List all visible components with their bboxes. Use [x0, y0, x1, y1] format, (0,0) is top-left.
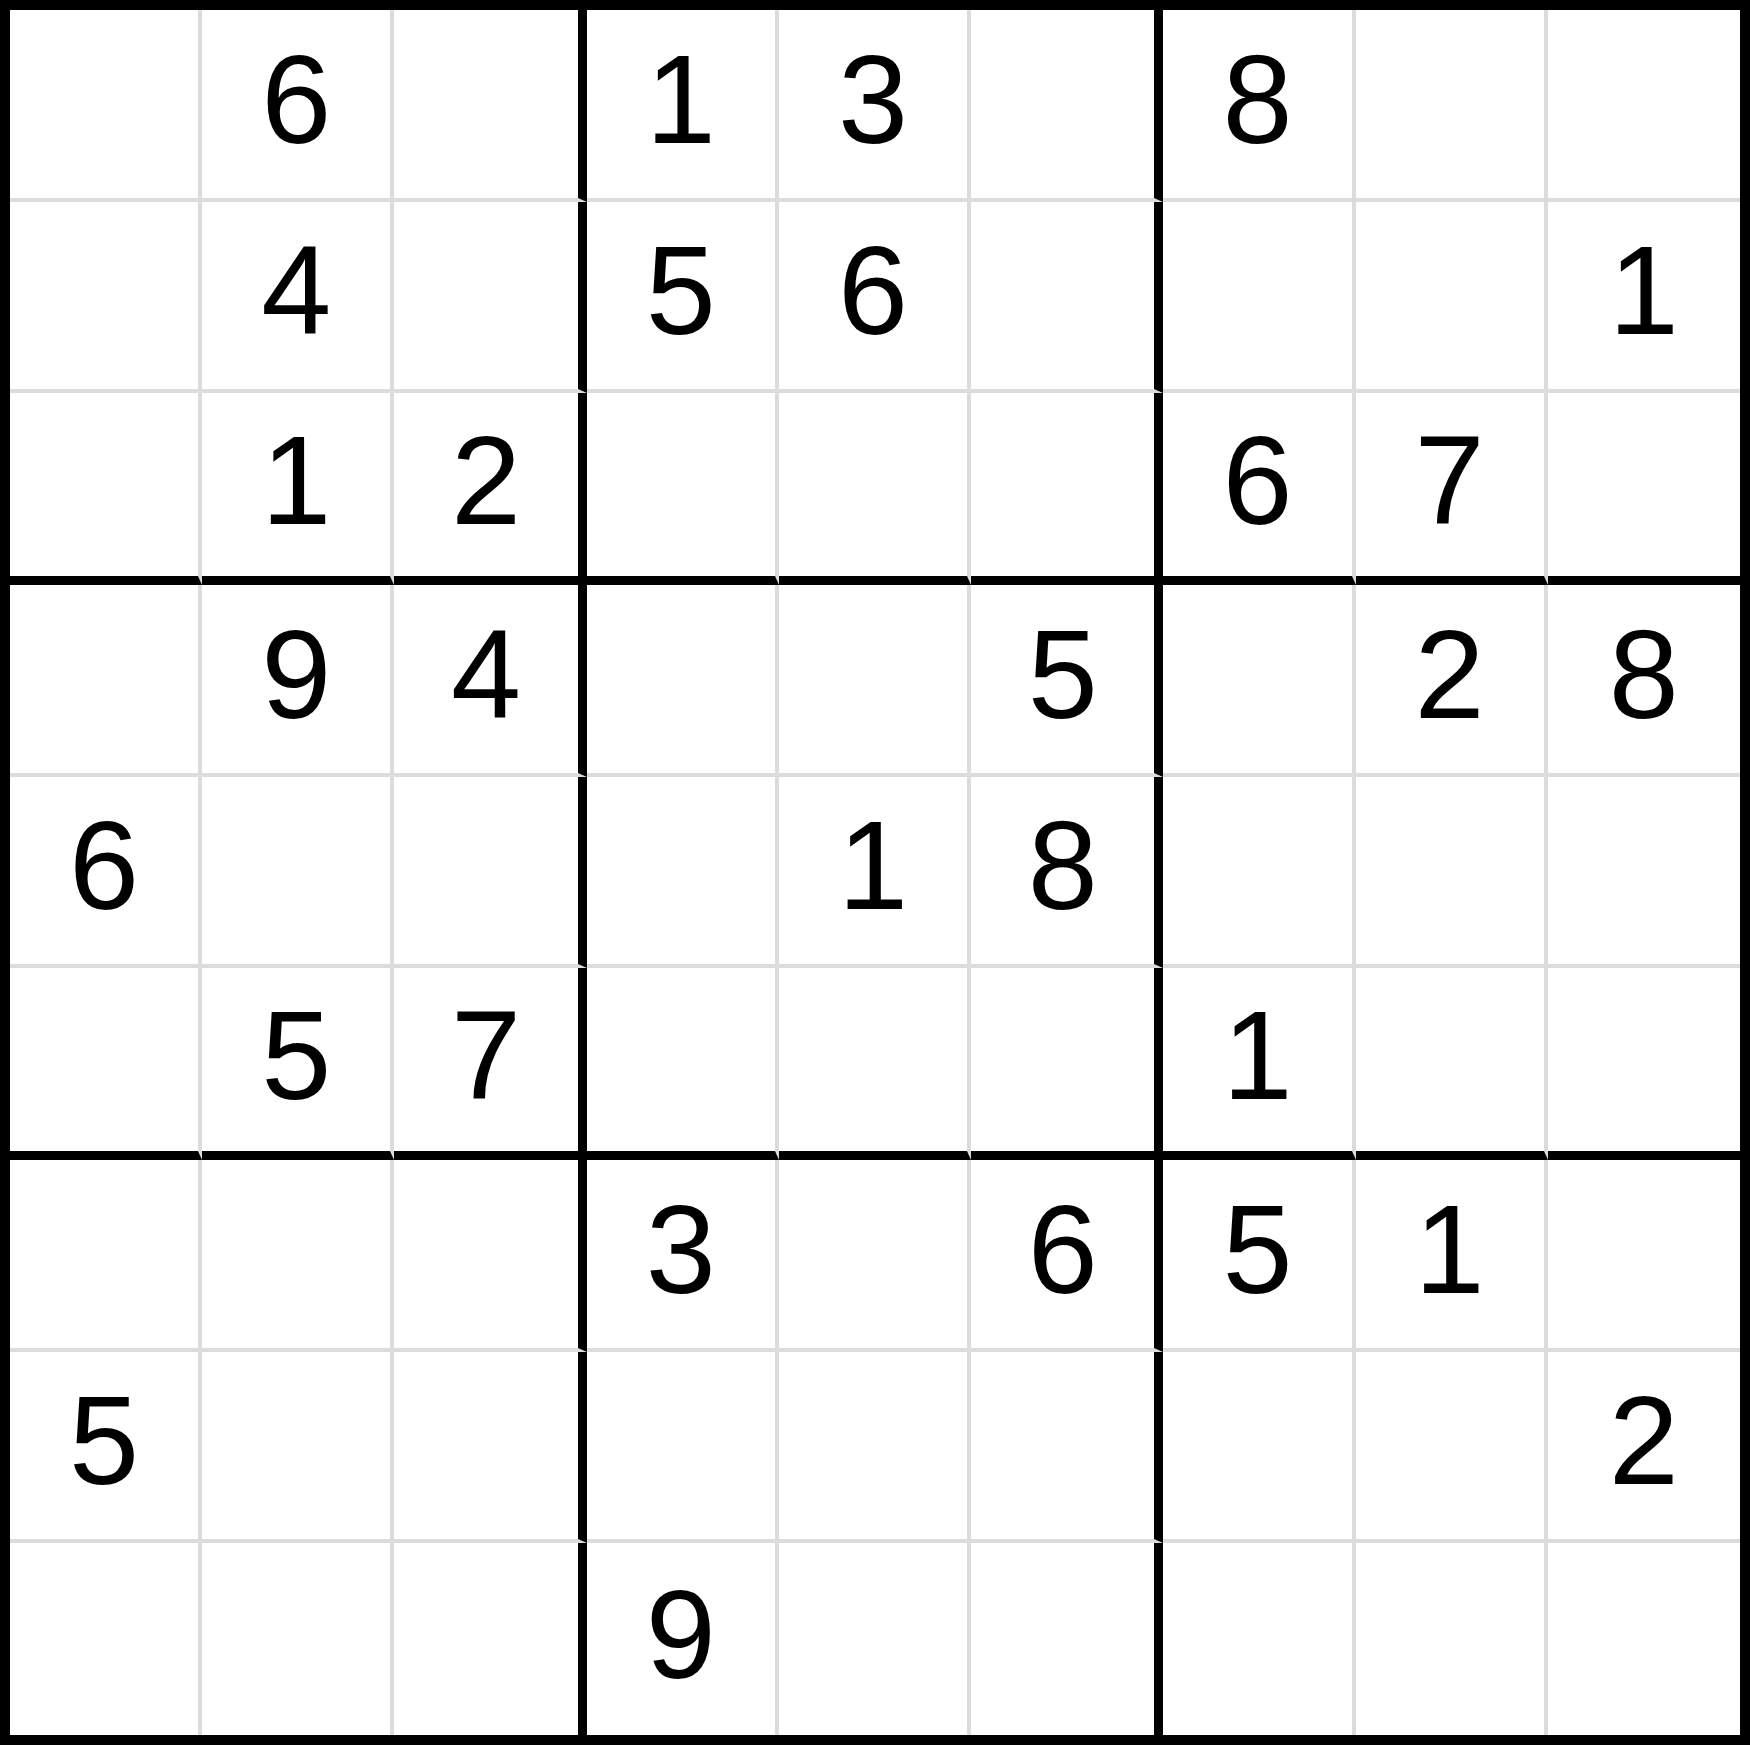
cell-r2c3[interactable] [394, 202, 586, 394]
given-digit: 4 [451, 612, 521, 738]
cell-r5c1[interactable]: 6 [10, 777, 202, 969]
cell-r8c2[interactable] [202, 1352, 394, 1544]
cell-r4c6[interactable]: 5 [971, 585, 1163, 777]
cell-r1c2[interactable]: 6 [202, 10, 394, 202]
cell-r2c4[interactable]: 5 [587, 202, 779, 394]
cell-r9c1[interactable] [10, 1543, 202, 1735]
given-digit: 5 [69, 1378, 139, 1504]
cell-r9c2[interactable] [202, 1543, 394, 1735]
given-digit: 1 [1609, 228, 1679, 354]
cell-r7c7[interactable]: 5 [1163, 1160, 1355, 1352]
cell-r7c9[interactable] [1548, 1160, 1740, 1352]
cell-r8c9[interactable]: 2 [1548, 1352, 1740, 1544]
cell-r9c8[interactable] [1356, 1543, 1548, 1735]
cell-r5c4[interactable] [587, 777, 779, 969]
sudoku-board: 613845611267945286185713651529 [0, 0, 1750, 1745]
cell-r9c9[interactable] [1548, 1543, 1740, 1735]
cell-r6c6[interactable] [971, 968, 1163, 1160]
cell-r8c3[interactable] [394, 1352, 586, 1544]
given-digit: 1 [261, 418, 331, 544]
cell-r3c2[interactable]: 1 [202, 393, 394, 585]
cell-r5c9[interactable] [1548, 777, 1740, 969]
cell-r6c2[interactable]: 5 [202, 968, 394, 1160]
cell-r6c8[interactable] [1356, 968, 1548, 1160]
cell-r3c9[interactable] [1548, 393, 1740, 585]
cell-r9c3[interactable] [394, 1543, 586, 1735]
given-digit: 8 [1222, 37, 1292, 163]
cell-r2c9[interactable]: 1 [1548, 202, 1740, 394]
cell-r6c1[interactable] [10, 968, 202, 1160]
cell-r1c3[interactable] [394, 10, 586, 202]
cell-r1c4[interactable]: 1 [587, 10, 779, 202]
cell-r5c7[interactable] [1163, 777, 1355, 969]
cell-r1c5[interactable]: 3 [779, 10, 971, 202]
given-digit: 2 [451, 418, 521, 544]
given-digit: 7 [1415, 418, 1485, 544]
given-digit: 2 [1609, 1378, 1679, 1504]
given-digit: 7 [451, 993, 521, 1119]
cell-r2c6[interactable] [971, 202, 1163, 394]
cell-r7c3[interactable] [394, 1160, 586, 1352]
cell-r8c4[interactable] [587, 1352, 779, 1544]
cell-r9c7[interactable] [1163, 1543, 1355, 1735]
cell-r7c2[interactable] [202, 1160, 394, 1352]
given-digit: 2 [1415, 612, 1485, 738]
cell-r4c8[interactable]: 2 [1356, 585, 1548, 777]
cell-r3c1[interactable] [10, 393, 202, 585]
given-digit: 9 [261, 612, 331, 738]
cell-r3c3[interactable]: 2 [394, 393, 586, 585]
cell-r1c6[interactable] [971, 10, 1163, 202]
given-digit: 6 [838, 228, 908, 354]
given-digit: 1 [1222, 993, 1292, 1119]
cell-r2c8[interactable] [1356, 202, 1548, 394]
cell-r6c4[interactable] [587, 968, 779, 1160]
cell-r5c8[interactable] [1356, 777, 1548, 969]
given-digit: 6 [69, 803, 139, 929]
cell-r7c8[interactable]: 1 [1356, 1160, 1548, 1352]
cell-r6c5[interactable] [779, 968, 971, 1160]
cell-r5c2[interactable] [202, 777, 394, 969]
given-digit: 5 [1028, 612, 1098, 738]
cell-r3c8[interactable]: 7 [1356, 393, 1548, 585]
cell-r8c1[interactable]: 5 [10, 1352, 202, 1544]
cell-r3c4[interactable] [587, 393, 779, 585]
given-digit: 8 [1028, 803, 1098, 929]
given-digit: 1 [838, 803, 908, 929]
given-digit: 3 [646, 1187, 716, 1313]
cell-r4c2[interactable]: 9 [202, 585, 394, 777]
cell-r4c7[interactable] [1163, 585, 1355, 777]
cell-r9c6[interactable] [971, 1543, 1163, 1735]
cell-r5c6[interactable]: 8 [971, 777, 1163, 969]
cell-r1c9[interactable] [1548, 10, 1740, 202]
cell-r7c5[interactable] [779, 1160, 971, 1352]
given-digit: 6 [1222, 418, 1292, 544]
cell-r6c7[interactable]: 1 [1163, 968, 1355, 1160]
cell-r8c6[interactable] [971, 1352, 1163, 1544]
given-digit: 4 [261, 228, 331, 354]
given-digit: 5 [261, 993, 331, 1119]
cell-r2c1[interactable] [10, 202, 202, 394]
cell-r9c5[interactable] [779, 1543, 971, 1735]
cell-r8c5[interactable] [779, 1352, 971, 1544]
cell-r7c1[interactable] [10, 1160, 202, 1352]
given-digit: 5 [1222, 1187, 1292, 1313]
cell-r7c6[interactable]: 6 [971, 1160, 1163, 1352]
cell-r1c1[interactable] [10, 10, 202, 202]
given-digit: 5 [646, 228, 716, 354]
cell-r4c5[interactable] [779, 585, 971, 777]
cell-r4c9[interactable]: 8 [1548, 585, 1740, 777]
cell-r2c5[interactable]: 6 [779, 202, 971, 394]
given-digit: 9 [646, 1572, 716, 1698]
cell-r5c5[interactable]: 1 [779, 777, 971, 969]
given-digit: 6 [1028, 1187, 1098, 1313]
given-digit: 1 [646, 37, 716, 163]
cell-r5c3[interactable] [394, 777, 586, 969]
cell-r4c1[interactable] [10, 585, 202, 777]
cell-r3c5[interactable] [779, 393, 971, 585]
given-digit: 8 [1609, 612, 1679, 738]
given-digit: 6 [261, 37, 331, 163]
cell-r6c9[interactable] [1548, 968, 1740, 1160]
cell-r8c8[interactable] [1356, 1352, 1548, 1544]
cell-r2c2[interactable]: 4 [202, 202, 394, 394]
cell-r2c7[interactable] [1163, 202, 1355, 394]
cell-r8c7[interactable] [1163, 1352, 1355, 1544]
cell-r1c7[interactable]: 8 [1163, 10, 1355, 202]
cell-r3c6[interactable] [971, 393, 1163, 585]
cell-r3c7[interactable]: 6 [1163, 393, 1355, 585]
cell-r4c4[interactable] [587, 585, 779, 777]
cell-r1c8[interactable] [1356, 10, 1548, 202]
cell-r9c4[interactable]: 9 [587, 1543, 779, 1735]
cell-r7c4[interactable]: 3 [587, 1160, 779, 1352]
cell-r6c3[interactable]: 7 [394, 968, 586, 1160]
cell-r4c3[interactable]: 4 [394, 585, 586, 777]
given-digit: 1 [1415, 1187, 1485, 1313]
given-digit: 3 [838, 37, 908, 163]
